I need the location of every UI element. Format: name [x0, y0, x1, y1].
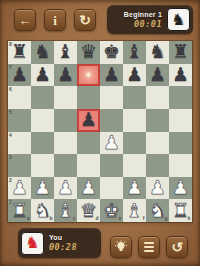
square-d4[interactable] [77, 132, 100, 155]
undo-icon: ↺ [171, 240, 183, 254]
restart-button[interactable]: ↻ [74, 9, 96, 31]
move-from-sparkle-icon: ✦ [77, 70, 100, 79]
square-g6[interactable] [146, 86, 169, 109]
square-b6[interactable] [31, 86, 54, 109]
square-h4[interactable] [169, 132, 192, 155]
chess-board[interactable]: 8♜♞♝♛♚♝♞♜7♟♟♟✦♟♟♟♟65♟4♟32♟♟♟♟♟♟♟1a♜b♞c♝d… [8, 41, 192, 222]
square-e2[interactable] [100, 177, 123, 200]
square-g5[interactable] [146, 109, 169, 132]
square-c1[interactable]: c♝ [54, 199, 77, 222]
square-c8[interactable]: ♝ [54, 41, 77, 64]
square-e5[interactable] [100, 109, 123, 132]
square-h5[interactable] [169, 109, 192, 132]
opponent-name: Beginner 1 [124, 11, 162, 18]
black-knight-b8[interactable]: ♞ [31, 42, 54, 61]
square-b7[interactable]: ♟ [31, 64, 54, 87]
square-a3[interactable]: 3 [8, 154, 31, 177]
square-d1[interactable]: d♛ [77, 199, 100, 222]
square-g1[interactable]: g♞ [146, 199, 169, 222]
square-f1[interactable]: f♝ [123, 199, 146, 222]
square-f8[interactable]: ♝ [123, 41, 146, 64]
square-f4[interactable] [123, 132, 146, 155]
square-a1[interactable]: 1a♜ [8, 199, 31, 222]
opponent-panel: Beginner 1 00:01 ♞ [107, 5, 193, 34]
square-f7[interactable]: ♟ [123, 64, 146, 87]
square-d6[interactable] [77, 86, 100, 109]
white-bishop-c1[interactable]: ♝ [54, 201, 77, 220]
black-pawn-h7[interactable]: ♟ [169, 65, 192, 84]
square-b1[interactable]: b♞ [31, 199, 54, 222]
square-d7[interactable]: ✦ [77, 64, 100, 87]
black-pawn-a7[interactable]: ♟ [8, 65, 31, 84]
square-a7[interactable]: 7♟ [8, 64, 31, 87]
square-e7[interactable]: ♟ [100, 64, 123, 87]
white-pawn-h2[interactable]: ♟ [169, 178, 192, 197]
back-button[interactable]: ← [14, 9, 36, 31]
square-c4[interactable] [54, 132, 77, 155]
rank-label-6: 6 [9, 87, 12, 92]
info-icon: i [53, 14, 57, 27]
black-king-e8[interactable]: ♚ [100, 42, 123, 61]
rank-label-5: 5 [9, 110, 12, 115]
square-g3[interactable] [146, 154, 169, 177]
player-clock: 00:28 [49, 242, 77, 252]
square-b8[interactable]: ♞ [31, 41, 54, 64]
hamburger-menu-icon [144, 242, 154, 252]
square-b3[interactable] [31, 154, 54, 177]
square-e8[interactable]: ♚ [100, 41, 123, 64]
square-a4[interactable]: 4 [8, 132, 31, 155]
square-h2[interactable]: ♟ [169, 177, 192, 200]
black-rook-h8[interactable]: ♜ [169, 42, 192, 61]
square-g8[interactable]: ♞ [146, 41, 169, 64]
square-c2[interactable]: ♟ [54, 177, 77, 200]
player-avatar: ♞ [21, 232, 44, 255]
black-knight-icon: ♞ [171, 12, 185, 28]
black-pawn-f7[interactable]: ♟ [123, 65, 146, 84]
rank-label-4: 4 [9, 133, 12, 138]
white-pawn-a2[interactable]: ♟ [8, 178, 31, 197]
black-pawn-g7[interactable]: ♟ [146, 65, 169, 84]
square-f6[interactable] [123, 86, 146, 109]
square-f5[interactable] [123, 109, 146, 132]
square-e6[interactable] [100, 86, 123, 109]
square-d8[interactable]: ♛ [77, 41, 100, 64]
opponent-avatar: ♞ [167, 8, 190, 31]
square-a2[interactable]: 2♟ [8, 177, 31, 200]
lightbulb-icon [114, 240, 128, 254]
rank-label-3: 3 [9, 155, 12, 160]
square-h3[interactable] [169, 154, 192, 177]
white-rook-a1[interactable]: ♜ [8, 201, 31, 220]
square-d2[interactable]: ♟ [77, 177, 100, 200]
square-e4[interactable]: ♟ [100, 132, 123, 155]
black-rook-a8[interactable]: ♜ [8, 42, 31, 61]
white-queen-d1[interactable]: ♛ [77, 201, 100, 220]
square-c5[interactable] [54, 109, 77, 132]
white-bishop-f1[interactable]: ♝ [123, 201, 146, 220]
white-pawn-d2[interactable]: ♟ [77, 178, 100, 197]
restart-cycle-icon: ↻ [79, 13, 91, 27]
player-panel: ♞ You 00:28 [18, 228, 101, 258]
black-pawn-c7[interactable]: ♟ [54, 65, 77, 84]
undo-button[interactable]: ↺ [166, 236, 188, 258]
black-pawn-e7[interactable]: ♟ [100, 65, 123, 84]
back-arrow-icon: ← [19, 14, 32, 27]
black-pawn-b7[interactable]: ♟ [31, 65, 54, 84]
white-pawn-e4[interactable]: ♟ [100, 133, 123, 152]
square-g4[interactable] [146, 132, 169, 155]
square-b4[interactable] [31, 132, 54, 155]
square-g7[interactable]: ♟ [146, 64, 169, 87]
square-h6[interactable] [169, 86, 192, 109]
square-g2[interactable]: ♟ [146, 177, 169, 200]
square-a8[interactable]: 8♜ [8, 41, 31, 64]
white-pawn-c2[interactable]: ♟ [54, 178, 77, 197]
info-button[interactable]: i [44, 9, 66, 31]
white-pawn-b2[interactable]: ♟ [31, 178, 54, 197]
square-h8[interactable]: ♜ [169, 41, 192, 64]
square-d3[interactable] [77, 154, 100, 177]
square-h7[interactable]: ♟ [169, 64, 192, 87]
square-b2[interactable]: ♟ [31, 177, 54, 200]
player-name: You [49, 234, 77, 241]
chess-app: ← i ↻ Beginner 1 00:01 ♞ 8♜♞♝♛♚♝♞♜7♟♟♟✦♟… [0, 0, 200, 266]
square-c3[interactable] [54, 154, 77, 177]
opponent-clock: 00:01 [134, 19, 162, 29]
white-king-e1[interactable]: ♚ [100, 201, 123, 220]
black-bishop-c8[interactable]: ♝ [54, 42, 77, 61]
black-knight-g8[interactable]: ♞ [146, 42, 169, 61]
square-c7[interactable]: ♟ [54, 64, 77, 87]
square-a5[interactable]: 5 [8, 109, 31, 132]
square-e3[interactable] [100, 154, 123, 177]
square-d5[interactable]: ♟ [77, 109, 100, 132]
white-rook-h1[interactable]: ♜ [169, 201, 192, 220]
menu-button[interactable] [138, 236, 160, 258]
white-knight-g1[interactable]: ♞ [146, 201, 169, 220]
square-h1[interactable]: h♜ [169, 199, 192, 222]
square-f2[interactable]: ♟ [123, 177, 146, 200]
square-f3[interactable] [123, 154, 146, 177]
square-c6[interactable] [54, 86, 77, 109]
square-b5[interactable] [31, 109, 54, 132]
black-queen-d8[interactable]: ♛ [77, 42, 100, 61]
square-a6[interactable]: 6 [8, 86, 31, 109]
white-pawn-g2[interactable]: ♟ [146, 178, 169, 197]
black-pawn-d5[interactable]: ♟ [77, 110, 100, 129]
square-e1[interactable]: e♚ [100, 199, 123, 222]
black-bishop-f8[interactable]: ♝ [123, 42, 146, 61]
red-knight-icon: ♞ [25, 235, 39, 251]
white-pawn-f2[interactable]: ♟ [123, 178, 146, 197]
white-knight-b1[interactable]: ♞ [31, 201, 54, 220]
hint-button[interactable] [110, 236, 132, 258]
